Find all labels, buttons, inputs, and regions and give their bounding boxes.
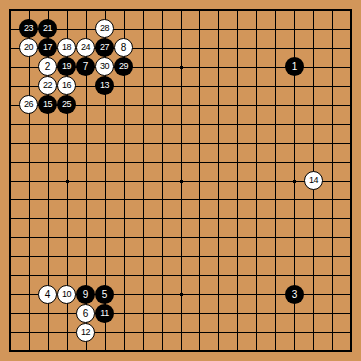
stone-30[interactable]: 30: [95, 57, 114, 76]
stone-number: 20: [24, 43, 33, 52]
stone-17[interactable]: 17: [38, 38, 57, 57]
stone-8[interactable]: 8: [114, 38, 133, 57]
stone-7[interactable]: 7: [76, 57, 95, 76]
stone-1[interactable]: 1: [285, 57, 304, 76]
stone-number: 4: [45, 290, 51, 300]
stone-18[interactable]: 18: [57, 38, 76, 57]
stone-number: 16: [62, 81, 71, 90]
go-board[interactable]: 1234567891011121314151617181920212223242…: [0, 0, 361, 361]
stone-26[interactable]: 26: [19, 95, 38, 114]
star-point: [180, 180, 183, 183]
stone-number: 2: [45, 62, 51, 72]
star-point: [180, 66, 183, 69]
stone-number: 24: [81, 43, 90, 52]
stone-number: 1: [292, 62, 298, 72]
stone-15[interactable]: 15: [38, 95, 57, 114]
stone-21[interactable]: 21: [38, 19, 57, 38]
stone-number: 25: [62, 100, 71, 109]
stone-number: 5: [102, 290, 108, 300]
stone-number: 10: [62, 290, 71, 299]
stone-number: 26: [24, 100, 33, 109]
stone-number: 9: [83, 290, 89, 300]
stone-number: 29: [119, 62, 128, 71]
stone-25[interactable]: 25: [57, 95, 76, 114]
stone-number: 8: [121, 43, 127, 53]
stone-27[interactable]: 27: [95, 38, 114, 57]
stone-number: 14: [309, 176, 318, 185]
stone-number: 17: [43, 43, 52, 52]
stone-23[interactable]: 23: [19, 19, 38, 38]
stone-2[interactable]: 2: [38, 57, 57, 76]
star-point: [293, 180, 296, 183]
star-point: [66, 180, 69, 183]
stone-number: 3: [292, 290, 298, 300]
stone-number: 28: [100, 24, 109, 33]
stone-28[interactable]: 28: [95, 19, 114, 38]
stone-11[interactable]: 11: [95, 304, 114, 323]
stone-14[interactable]: 14: [304, 171, 323, 190]
stone-number: 22: [43, 81, 52, 90]
stone-number: 11: [100, 309, 109, 318]
stone-24[interactable]: 24: [76, 38, 95, 57]
stone-29[interactable]: 29: [114, 57, 133, 76]
stone-number: 15: [43, 100, 52, 109]
stone-number: 18: [62, 43, 71, 52]
stone-16[interactable]: 16: [57, 76, 76, 95]
stone-number: 27: [100, 43, 109, 52]
stone-5[interactable]: 5: [95, 285, 114, 304]
stone-number: 23: [24, 24, 33, 33]
stone-number: 19: [62, 62, 71, 71]
stone-4[interactable]: 4: [38, 285, 57, 304]
stone-19[interactable]: 19: [57, 57, 76, 76]
stone-20[interactable]: 20: [19, 38, 38, 57]
stone-number: 7: [83, 62, 89, 72]
stone-9[interactable]: 9: [76, 285, 95, 304]
stone-number: 30: [100, 62, 109, 71]
stone-number: 12: [81, 328, 90, 337]
stone-22[interactable]: 22: [38, 76, 57, 95]
stone-number: 21: [43, 24, 52, 33]
star-point: [180, 293, 183, 296]
stone-6[interactable]: 6: [76, 304, 95, 323]
stone-number: 6: [83, 309, 89, 319]
stone-number: 13: [100, 81, 109, 90]
stone-3[interactable]: 3: [285, 285, 304, 304]
stone-13[interactable]: 13: [95, 76, 114, 95]
stone-10[interactable]: 10: [57, 285, 76, 304]
stone-12[interactable]: 12: [76, 323, 95, 342]
